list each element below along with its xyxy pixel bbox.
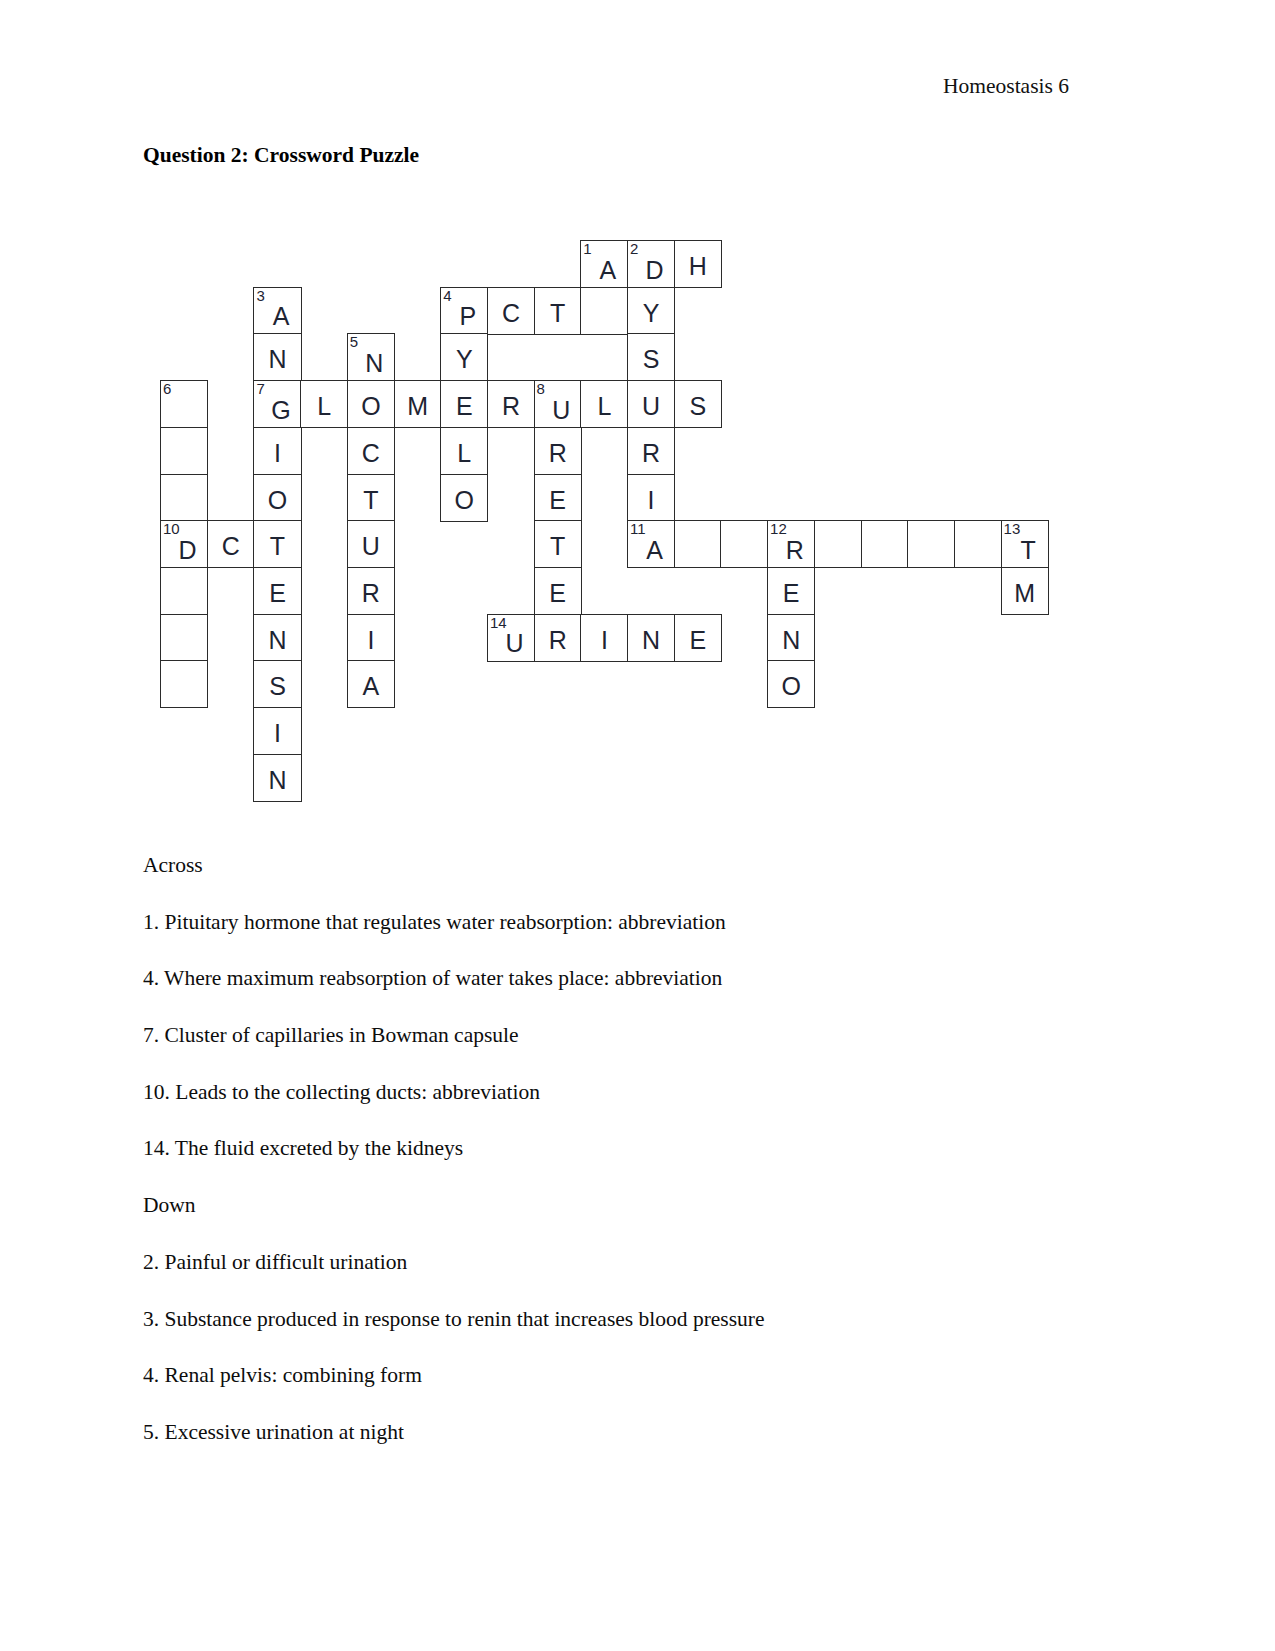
crossword-cell-r4c5[interactable]: O — [347, 380, 395, 428]
crossword-cell-r7c3[interactable]: T — [253, 520, 301, 568]
cell-letter: L — [581, 381, 627, 427]
crossword-cell-r10c14[interactable]: O — [767, 660, 815, 708]
clue-across-4: 4. Where maximum reabsorption of water t… — [143, 965, 1103, 1022]
cell-letter: L — [441, 428, 487, 474]
crossword-cell-r7c14[interactable]: 12R — [767, 520, 815, 568]
page-header: Homeostasis 6 — [943, 74, 1069, 99]
cell-letter: N — [348, 334, 394, 380]
crossword-cell-r9c11[interactable]: N — [627, 614, 675, 662]
cell-letter: E — [768, 568, 814, 614]
cell-letter: M — [1002, 568, 1048, 614]
cell-letter: N — [254, 755, 300, 801]
cell-number: 6 — [163, 381, 171, 397]
crossword-cell-r2c9[interactable]: T — [534, 287, 582, 335]
cell-letter: G — [254, 381, 300, 427]
crossword-cell-r8c3[interactable]: E — [253, 567, 301, 615]
clue-down-3: 3. Substance produced in response to ren… — [143, 1306, 1103, 1363]
crossword-cell-r5c1[interactable] — [160, 427, 208, 475]
cell-letter: M — [395, 381, 441, 427]
crossword-cell-r9c5[interactable]: I — [347, 614, 395, 662]
crossword-cell-r2c10[interactable] — [580, 287, 628, 335]
crossword-cell-r7c1[interactable]: 10D — [160, 520, 208, 568]
crossword-cell-r2c7[interactable]: 4P — [440, 287, 488, 335]
cell-letter: U — [535, 381, 581, 427]
across-clue-list: 1. Pituitary hormone that regulates wate… — [143, 909, 1103, 1192]
crossword-cell-r1c11[interactable]: 2D — [627, 240, 675, 288]
cell-letter: I — [628, 475, 674, 521]
cell-letter: C — [208, 521, 254, 567]
crossword-cell-r3c7[interactable]: Y — [440, 333, 488, 381]
crossword-cell-r8c19[interactable]: M — [1001, 567, 1049, 615]
crossword-cell-r4c10[interactable]: L — [580, 380, 628, 428]
cell-letter: P — [441, 288, 487, 334]
document-page: Homeostasis 6 Question 2: Crossword Puzz… — [0, 0, 1275, 1651]
cell-letter: A — [348, 661, 394, 707]
crossword-cell-r4c1[interactable]: 6 — [160, 380, 208, 428]
crossword-cell-r7c15[interactable] — [814, 520, 862, 568]
cell-letter: N — [254, 615, 300, 661]
crossword-cell-r7c12[interactable] — [674, 520, 722, 568]
crossword-cell-r3c5[interactable]: 5N — [347, 333, 395, 381]
crossword-cell-r8c14[interactable]: E — [767, 567, 815, 615]
crossword-cell-r8c9[interactable]: E — [534, 567, 582, 615]
cell-letter: T — [348, 475, 394, 521]
crossword-cell-r8c5[interactable]: R — [347, 567, 395, 615]
down-clue-list: 2. Painful or difficult urination3. Subs… — [143, 1249, 1103, 1476]
cell-letter: T — [535, 521, 581, 567]
cell-letter: O — [441, 475, 487, 521]
crossword-cell-r7c11[interactable]: 11A — [627, 520, 675, 568]
cell-letter: C — [348, 428, 394, 474]
crossword-cell-r11c3[interactable]: I — [253, 707, 301, 755]
cell-letter: E — [254, 568, 300, 614]
cell-letter: I — [254, 708, 300, 754]
crossword-cell-r4c3[interactable]: 7G — [253, 380, 301, 428]
cell-letter: C — [488, 288, 534, 334]
crossword-cell-r5c3[interactable]: I — [253, 427, 301, 475]
crossword-cell-r4c4[interactable]: L — [300, 380, 348, 428]
cell-letter: R — [348, 568, 394, 614]
cell-letter: T — [254, 521, 300, 567]
cell-letter: D — [628, 241, 674, 287]
crossword-cell-r7c19[interactable]: 13T — [1001, 520, 1049, 568]
crossword-cell-r9c10[interactable]: I — [580, 614, 628, 662]
clue-across-1: 1. Pituitary hormone that regulates wate… — [143, 909, 1103, 966]
crossword-cell-r3c11[interactable]: S — [627, 333, 675, 381]
clue-across-7: 7. Cluster of capillaries in Bowman caps… — [143, 1022, 1103, 1079]
cell-letter: O — [254, 475, 300, 521]
cell-letter: O — [348, 381, 394, 427]
crossword-cell-r9c14[interactable]: N — [767, 614, 815, 662]
crossword-cell-r2c8[interactable]: C — [487, 287, 535, 335]
crossword-cell-r9c9[interactable]: R — [534, 614, 582, 662]
cell-letter: E — [535, 475, 581, 521]
crossword-cell-r4c11[interactable]: U — [627, 380, 675, 428]
page-title: Question 2: Crossword Puzzle — [143, 143, 419, 168]
cell-letter: A — [581, 241, 627, 287]
clue-down-4: 4. Renal pelvis: combining form — [143, 1362, 1103, 1419]
crossword-cell-r4c12[interactable]: S — [674, 380, 722, 428]
cell-letter: U — [488, 615, 534, 661]
cell-letter: E — [675, 615, 721, 661]
crossword-cell-r5c9[interactable]: R — [534, 427, 582, 475]
cell-letter: U — [628, 381, 674, 427]
crossword-cell-r10c1[interactable] — [160, 660, 208, 708]
clue-across-14: 14. The fluid excreted by the kidneys — [143, 1135, 1103, 1192]
crossword-cell-r3c3[interactable]: N — [253, 333, 301, 381]
crossword-cell-r9c3[interactable]: N — [253, 614, 301, 662]
crossword-cell-r5c5[interactable]: C — [347, 427, 395, 475]
clues-section: Across 1. Pituitary hormone that regulat… — [143, 852, 1103, 1476]
cell-letter: U — [348, 521, 394, 567]
clue-down-2: 2. Painful or difficult urination — [143, 1249, 1103, 1306]
crossword-cell-r4c8[interactable]: R — [487, 380, 535, 428]
cell-letter: I — [581, 615, 627, 661]
cell-letter: R — [488, 381, 534, 427]
crossword-cell-r9c12[interactable]: E — [674, 614, 722, 662]
crossword-cell-r12c3[interactable]: N — [253, 754, 301, 802]
crossword-cell-r10c5[interactable]: A — [347, 660, 395, 708]
crossword-cell-r7c16[interactable] — [861, 520, 909, 568]
crossword-cell-r9c8[interactable]: 14U — [487, 614, 535, 662]
down-heading: Down — [143, 1192, 1103, 1249]
cell-letter: I — [348, 615, 394, 661]
cell-letter: H — [675, 241, 721, 287]
crossword-cell-r6c9[interactable]: E — [534, 474, 582, 522]
crossword-cell-r2c11[interactable]: Y — [627, 287, 675, 335]
cell-letter: Y — [628, 288, 674, 334]
cell-letter: R — [535, 615, 581, 661]
crossword-cell-r4c6[interactable]: M — [394, 380, 442, 428]
crossword-cell-r7c18[interactable] — [954, 520, 1002, 568]
cell-letter: I — [254, 428, 300, 474]
cell-letter: Y — [441, 334, 487, 380]
crossword-cell-r6c5[interactable]: T — [347, 474, 395, 522]
crossword-cell-r1c12[interactable]: H — [674, 240, 722, 288]
cell-letter: R — [535, 428, 581, 474]
crossword-cell-r6c7[interactable]: O — [440, 474, 488, 522]
cell-letter: A — [254, 288, 300, 334]
cell-letter: S — [628, 334, 674, 380]
crossword-cell-r7c17[interactable] — [907, 520, 955, 568]
cell-letter: R — [628, 428, 674, 474]
crossword-cell-r7c2[interactable]: C — [207, 520, 255, 568]
cell-letter: R — [768, 521, 814, 567]
cell-letter: T — [535, 288, 581, 334]
cell-letter: L — [301, 381, 347, 427]
crossword-cell-r7c9[interactable]: T — [534, 520, 582, 568]
crossword-cell-r4c9[interactable]: 8U — [534, 380, 582, 428]
across-heading: Across — [143, 852, 1103, 909]
cell-letter: E — [535, 568, 581, 614]
crossword-cell-r7c5[interactable]: U — [347, 520, 395, 568]
crossword-cell-r9c1[interactable] — [160, 614, 208, 662]
crossword-cell-r5c7[interactable]: L — [440, 427, 488, 475]
cell-letter: O — [768, 661, 814, 707]
crossword-grid: 1A2DH3A4PCTYN5NYS67GLOMER8ULUSICLRROTOEI… — [160, 240, 1048, 801]
cell-letter: A — [628, 521, 674, 567]
crossword-cell-r7c13[interactable] — [720, 520, 768, 568]
crossword-cell-r5c11[interactable]: R — [627, 427, 675, 475]
crossword-cell-r2c3[interactable]: 3A — [253, 287, 301, 335]
crossword-cell-r8c1[interactable] — [160, 567, 208, 615]
cell-letter: E — [441, 381, 487, 427]
clue-across-10: 10. Leads to the collecting ducts: abbre… — [143, 1079, 1103, 1136]
crossword-cell-r4c7[interactable]: E — [440, 380, 488, 428]
cell-letter: D — [161, 521, 207, 567]
crossword-cell-r10c3[interactable]: S — [253, 660, 301, 708]
cell-letter: N — [768, 615, 814, 661]
cell-letter: N — [254, 334, 300, 380]
cell-letter: N — [628, 615, 674, 661]
cell-letter: S — [254, 661, 300, 707]
clue-down-5: 5. Excessive urination at night — [143, 1419, 1103, 1476]
crossword-cell-r6c1[interactable] — [160, 474, 208, 522]
crossword-cell-r6c3[interactable]: O — [253, 474, 301, 522]
cell-letter: S — [675, 381, 721, 427]
crossword-cell-r6c11[interactable]: I — [627, 474, 675, 522]
cell-letter: T — [1002, 521, 1048, 567]
crossword-cell-r1c10[interactable]: 1A — [580, 240, 628, 288]
